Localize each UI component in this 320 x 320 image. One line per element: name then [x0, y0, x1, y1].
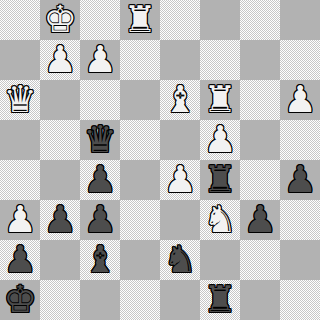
square-f7[interactable] — [200, 40, 240, 80]
square-g5[interactable] — [240, 120, 280, 160]
square-e5[interactable] — [160, 120, 200, 160]
square-h5[interactable] — [280, 120, 320, 160]
square-d7[interactable] — [120, 40, 160, 80]
square-g8[interactable] — [240, 0, 280, 40]
white-knight-f3[interactable]: ♞ — [203, 200, 236, 240]
square-e7[interactable] — [160, 40, 200, 80]
square-e1[interactable] — [160, 280, 200, 320]
square-a7[interactable] — [0, 40, 40, 80]
square-a2[interactable]: ♟ — [0, 240, 40, 280]
square-b4[interactable] — [40, 160, 80, 200]
square-h2[interactable] — [280, 240, 320, 280]
square-c4[interactable]: ♟ — [80, 160, 120, 200]
white-rook-d8[interactable]: ♜ — [123, 0, 156, 40]
square-b8[interactable]: ♚ — [40, 0, 80, 40]
square-d4[interactable] — [120, 160, 160, 200]
white-bishop-e6[interactable]: ♝ — [163, 80, 196, 120]
black-pawn-a2[interactable]: ♟ — [3, 240, 36, 280]
square-b3[interactable]: ♟ — [40, 200, 80, 240]
black-queen-c5[interactable]: ♛ — [83, 120, 116, 160]
square-e2[interactable]: ♞ — [160, 240, 200, 280]
square-g1[interactable] — [240, 280, 280, 320]
square-g3[interactable]: ♟ — [240, 200, 280, 240]
square-c6[interactable] — [80, 80, 120, 120]
square-f2[interactable] — [200, 240, 240, 280]
square-b5[interactable] — [40, 120, 80, 160]
white-pawn-f5[interactable]: ♟ — [203, 120, 236, 160]
square-g7[interactable] — [240, 40, 280, 80]
square-c5[interactable]: ♛ — [80, 120, 120, 160]
square-h6[interactable]: ♟ — [280, 80, 320, 120]
square-b2[interactable] — [40, 240, 80, 280]
square-a5[interactable] — [0, 120, 40, 160]
square-g2[interactable] — [240, 240, 280, 280]
square-c3[interactable]: ♟ — [80, 200, 120, 240]
black-pawn-b3[interactable]: ♟ — [43, 200, 76, 240]
square-b1[interactable] — [40, 280, 80, 320]
square-h1[interactable] — [280, 280, 320, 320]
white-pawn-b7[interactable]: ♟ — [43, 40, 76, 80]
square-d3[interactable] — [120, 200, 160, 240]
white-pawn-c7[interactable]: ♟ — [83, 40, 116, 80]
square-d6[interactable] — [120, 80, 160, 120]
square-e4[interactable]: ♟ — [160, 160, 200, 200]
square-f4[interactable]: ♜ — [200, 160, 240, 200]
black-pawn-c4[interactable]: ♟ — [83, 160, 116, 200]
square-f6[interactable]: ♜ — [200, 80, 240, 120]
square-d1[interactable] — [120, 280, 160, 320]
white-king-b8[interactable]: ♚ — [43, 0, 76, 40]
white-pawn-e4[interactable]: ♟ — [163, 160, 196, 200]
square-f1[interactable]: ♜ — [200, 280, 240, 320]
white-pawn-h6[interactable]: ♟ — [283, 80, 316, 120]
square-a8[interactable] — [0, 0, 40, 40]
square-f3[interactable]: ♞ — [200, 200, 240, 240]
square-c2[interactable]: ♝ — [80, 240, 120, 280]
black-pawn-g3[interactable]: ♟ — [243, 200, 276, 240]
chess-board: ♚♜♟♟♛♝♜♟♛♟♟♟♜♟♟♟♟♞♟♟♝♞♚♜ — [0, 0, 320, 320]
black-pawn-h4[interactable]: ♟ — [283, 160, 316, 200]
square-f8[interactable] — [200, 0, 240, 40]
square-h4[interactable]: ♟ — [280, 160, 320, 200]
square-b7[interactable]: ♟ — [40, 40, 80, 80]
square-d2[interactable] — [120, 240, 160, 280]
square-d5[interactable] — [120, 120, 160, 160]
square-c8[interactable] — [80, 0, 120, 40]
square-a6[interactable]: ♛ — [0, 80, 40, 120]
square-g6[interactable] — [240, 80, 280, 120]
black-rook-f1[interactable]: ♜ — [203, 280, 236, 320]
square-e3[interactable] — [160, 200, 200, 240]
white-pawn-a3[interactable]: ♟ — [3, 200, 36, 240]
square-g4[interactable] — [240, 160, 280, 200]
square-h3[interactable] — [280, 200, 320, 240]
square-a3[interactable]: ♟ — [0, 200, 40, 240]
black-pawn-c3[interactable]: ♟ — [83, 200, 116, 240]
square-c7[interactable]: ♟ — [80, 40, 120, 80]
square-a4[interactable] — [0, 160, 40, 200]
square-f5[interactable]: ♟ — [200, 120, 240, 160]
square-c1[interactable] — [80, 280, 120, 320]
black-king-a1[interactable]: ♚ — [3, 280, 36, 320]
square-b6[interactable] — [40, 80, 80, 120]
white-queen-a6[interactable]: ♛ — [3, 80, 36, 120]
square-h8[interactable] — [280, 0, 320, 40]
square-e8[interactable] — [160, 0, 200, 40]
black-knight-e2[interactable]: ♞ — [163, 240, 196, 280]
square-d8[interactable]: ♜ — [120, 0, 160, 40]
square-e6[interactable]: ♝ — [160, 80, 200, 120]
square-a1[interactable]: ♚ — [0, 280, 40, 320]
black-bishop-c2[interactable]: ♝ — [83, 240, 116, 280]
black-rook-f4[interactable]: ♜ — [203, 160, 236, 200]
square-h7[interactable] — [280, 40, 320, 80]
white-rook-f6[interactable]: ♜ — [203, 80, 236, 120]
